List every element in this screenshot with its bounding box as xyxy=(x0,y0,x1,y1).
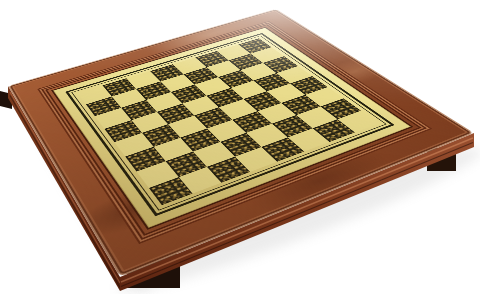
product-photo-scene xyxy=(0,0,480,294)
